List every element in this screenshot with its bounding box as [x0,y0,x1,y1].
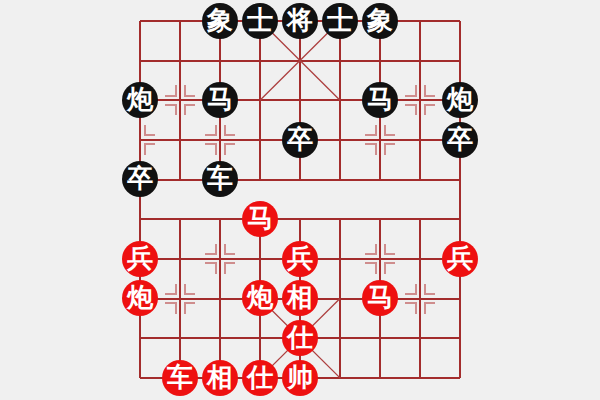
piece-red-horse[interactable]: 马 [362,280,398,316]
piece-black-cannon[interactable]: 炮 [442,82,478,118]
xiangqi-board: 象士将士象炮马马炮卒卒卒车马兵兵兵炮炮相马仕车相仕帅 [120,1,480,398]
piece-red-horse[interactable]: 马 [242,201,278,237]
piece-red-advisor[interactable]: 仕 [282,320,318,356]
piece-red-soldier[interactable]: 兵 [282,241,318,277]
piece-black-soldier[interactable]: 卒 [122,161,158,197]
piece-black-chariot[interactable]: 车 [202,161,238,197]
piece-red-cannon[interactable]: 炮 [122,280,158,316]
piece-black-horse[interactable]: 马 [202,82,238,118]
piece-red-elephant[interactable]: 相 [202,360,238,396]
piece-black-general[interactable]: 将 [282,3,318,39]
piece-black-advisor[interactable]: 士 [242,3,278,39]
piece-red-soldier[interactable]: 兵 [122,241,158,277]
piece-black-soldier[interactable]: 卒 [442,122,478,158]
piece-red-cannon[interactable]: 炮 [242,280,278,316]
piece-black-elephant[interactable]: 象 [362,3,398,39]
xiangqi-screenshot: 象士将士象炮马马炮卒卒卒车马兵兵兵炮炮相马仕车相仕帅 [0,0,600,400]
piece-red-soldier[interactable]: 兵 [442,241,478,277]
piece-black-soldier[interactable]: 卒 [282,122,318,158]
piece-red-chariot[interactable]: 车 [162,360,198,396]
piece-red-advisor[interactable]: 仕 [242,360,278,396]
piece-red-general[interactable]: 帅 [282,360,318,396]
piece-red-elephant[interactable]: 相 [282,280,318,316]
piece-black-horse[interactable]: 马 [362,82,398,118]
piece-black-elephant[interactable]: 象 [202,3,238,39]
piece-black-advisor[interactable]: 士 [322,3,358,39]
piece-black-cannon[interactable]: 炮 [122,82,158,118]
